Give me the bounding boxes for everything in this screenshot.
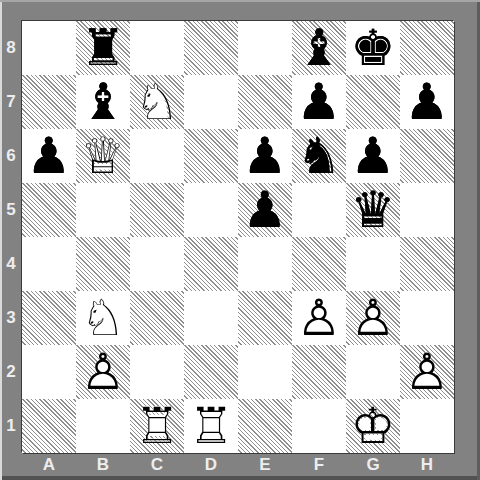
file-label-h: H bbox=[400, 453, 454, 477]
file-label-c: C bbox=[130, 453, 184, 477]
square-b8[interactable]: ♜♜ bbox=[76, 21, 130, 75]
black-queen-fill-layer: ♛ bbox=[346, 183, 400, 237]
white-queen: ♕ bbox=[76, 129, 130, 183]
square-g4[interactable] bbox=[346, 237, 400, 291]
file-label-f: F bbox=[292, 453, 346, 477]
rank-label-4: 4 bbox=[0, 237, 22, 291]
white-pawn-fill-layer: ♟ bbox=[76, 345, 130, 399]
square-f7[interactable]: ♟♟ bbox=[292, 75, 346, 129]
square-b3[interactable]: ♞♘ bbox=[76, 291, 130, 345]
square-e6[interactable]: ♟♟ bbox=[238, 129, 292, 183]
white-pawn: ♙ bbox=[76, 345, 130, 399]
square-e7[interactable] bbox=[238, 75, 292, 129]
black-pawn: ♟ bbox=[292, 75, 346, 129]
black-queen: ♛ bbox=[346, 183, 400, 237]
white-king: ♔ bbox=[346, 399, 400, 453]
square-f4[interactable] bbox=[292, 237, 346, 291]
square-c5[interactable] bbox=[130, 183, 184, 237]
square-e2[interactable] bbox=[238, 345, 292, 399]
square-h1[interactable] bbox=[400, 399, 454, 453]
square-h4[interactable] bbox=[400, 237, 454, 291]
square-d7[interactable] bbox=[184, 75, 238, 129]
white-pawn-fill-layer: ♟ bbox=[346, 291, 400, 345]
square-d2[interactable] bbox=[184, 345, 238, 399]
rank-label-3: 3 bbox=[0, 291, 22, 345]
square-e4[interactable] bbox=[238, 237, 292, 291]
square-e5[interactable]: ♟♟ bbox=[238, 183, 292, 237]
file-label-g: G bbox=[346, 453, 400, 477]
square-b7[interactable]: ♝♝ bbox=[76, 75, 130, 129]
square-b6[interactable]: ♛♕ bbox=[76, 129, 130, 183]
rank-label-7: 7 bbox=[0, 75, 22, 129]
file-label-e: E bbox=[238, 453, 292, 477]
white-king-fill-layer: ♚ bbox=[346, 399, 400, 453]
square-h5[interactable] bbox=[400, 183, 454, 237]
black-pawn-fill-layer: ♟ bbox=[238, 183, 292, 237]
rank-labels: 87654321 bbox=[0, 21, 22, 453]
square-d3[interactable] bbox=[184, 291, 238, 345]
black-bishop-fill-layer: ♝ bbox=[292, 21, 346, 75]
white-knight: ♘ bbox=[130, 75, 184, 129]
square-g8[interactable]: ♚♚ bbox=[346, 21, 400, 75]
square-d6[interactable] bbox=[184, 129, 238, 183]
black-pawn: ♟ bbox=[22, 129, 76, 183]
white-rook: ♖ bbox=[184, 399, 238, 453]
white-knight-fill-layer: ♞ bbox=[130, 75, 184, 129]
black-pawn: ♟ bbox=[238, 183, 292, 237]
white-rook-fill-layer: ♜ bbox=[130, 399, 184, 453]
square-a2[interactable] bbox=[22, 345, 76, 399]
square-d4[interactable] bbox=[184, 237, 238, 291]
black-bishop: ♝ bbox=[292, 21, 346, 75]
file-labels: ABCDEFGH bbox=[22, 453, 454, 477]
square-c3[interactable] bbox=[130, 291, 184, 345]
square-a6[interactable]: ♟♟ bbox=[22, 129, 76, 183]
white-pawn: ♙ bbox=[400, 345, 454, 399]
square-g2[interactable] bbox=[346, 345, 400, 399]
square-h2[interactable]: ♟♙ bbox=[400, 345, 454, 399]
black-rook: ♜ bbox=[76, 21, 130, 75]
rank-label-5: 5 bbox=[0, 183, 22, 237]
black-pawn-fill-layer: ♟ bbox=[238, 129, 292, 183]
black-pawn: ♟ bbox=[400, 75, 454, 129]
square-g6[interactable]: ♟♟ bbox=[346, 129, 400, 183]
black-king: ♚ bbox=[346, 21, 400, 75]
square-b2[interactable]: ♟♙ bbox=[76, 345, 130, 399]
square-b4[interactable] bbox=[76, 237, 130, 291]
white-queen-fill-layer: ♛ bbox=[76, 129, 130, 183]
rank-label-8: 8 bbox=[0, 21, 22, 75]
black-bishop-fill-layer: ♝ bbox=[76, 75, 130, 129]
square-a8[interactable] bbox=[22, 21, 76, 75]
square-d5[interactable] bbox=[184, 183, 238, 237]
square-f1[interactable] bbox=[292, 399, 346, 453]
black-pawn-fill-layer: ♟ bbox=[400, 75, 454, 129]
square-c6[interactable] bbox=[130, 129, 184, 183]
square-d8[interactable] bbox=[184, 21, 238, 75]
file-label-d: D bbox=[184, 453, 238, 477]
white-knight-fill-layer: ♞ bbox=[76, 291, 130, 345]
black-pawn-fill-layer: ♟ bbox=[292, 75, 346, 129]
square-e3[interactable] bbox=[238, 291, 292, 345]
black-king-fill-layer: ♚ bbox=[346, 21, 400, 75]
square-f6[interactable]: ♞♞ bbox=[292, 129, 346, 183]
square-h7[interactable]: ♟♟ bbox=[400, 75, 454, 129]
square-g1[interactable]: ♚♔ bbox=[346, 399, 400, 453]
white-pawn-fill-layer: ♟ bbox=[400, 345, 454, 399]
square-g5[interactable]: ♛♛ bbox=[346, 183, 400, 237]
black-pawn: ♟ bbox=[238, 129, 292, 183]
square-h6[interactable] bbox=[400, 129, 454, 183]
white-pawn: ♙ bbox=[346, 291, 400, 345]
square-b5[interactable] bbox=[76, 183, 130, 237]
square-c7[interactable]: ♞♘ bbox=[130, 75, 184, 129]
rank-label-2: 2 bbox=[0, 345, 22, 399]
square-c1[interactable]: ♜♖ bbox=[130, 399, 184, 453]
file-label-b: B bbox=[76, 453, 130, 477]
square-e8[interactable] bbox=[238, 21, 292, 75]
chess-board: ♜♜♝♝♚♚♝♝♞♘♟♟♟♟♟♟♛♕♟♟♞♞♟♟♟♟♛♛♞♘♟♙♟♙♟♙♟♙♜♖… bbox=[22, 21, 454, 453]
black-bishop: ♝ bbox=[76, 75, 130, 129]
square-f5[interactable] bbox=[292, 183, 346, 237]
square-a5[interactable] bbox=[22, 183, 76, 237]
black-rook-fill-layer: ♜ bbox=[76, 21, 130, 75]
square-h8[interactable] bbox=[400, 21, 454, 75]
square-d1[interactable]: ♜♖ bbox=[184, 399, 238, 453]
square-g7[interactable] bbox=[346, 75, 400, 129]
square-f8[interactable]: ♝♝ bbox=[292, 21, 346, 75]
rank-label-6: 6 bbox=[0, 129, 22, 183]
black-knight-fill-layer: ♞ bbox=[292, 129, 346, 183]
white-rook-fill-layer: ♜ bbox=[184, 399, 238, 453]
black-pawn-fill-layer: ♟ bbox=[22, 129, 76, 183]
square-g3[interactable]: ♟♙ bbox=[346, 291, 400, 345]
square-c2[interactable] bbox=[130, 345, 184, 399]
white-knight: ♘ bbox=[76, 291, 130, 345]
file-label-a: A bbox=[22, 453, 76, 477]
square-e1[interactable] bbox=[238, 399, 292, 453]
square-a4[interactable] bbox=[22, 237, 76, 291]
square-a7[interactable] bbox=[22, 75, 76, 129]
rank-label-1: 1 bbox=[0, 399, 22, 453]
white-pawn: ♙ bbox=[292, 291, 346, 345]
board-frame: 87654321 ♜♜♝♝♚♚♝♝♞♘♟♟♟♟♟♟♛♕♟♟♞♞♟♟♟♟♛♛♞♘♟… bbox=[0, 0, 480, 480]
white-rook: ♖ bbox=[130, 399, 184, 453]
black-pawn: ♟ bbox=[346, 129, 400, 183]
square-f2[interactable] bbox=[292, 345, 346, 399]
square-b1[interactable] bbox=[76, 399, 130, 453]
square-h3[interactable] bbox=[400, 291, 454, 345]
black-knight: ♞ bbox=[292, 129, 346, 183]
square-c8[interactable] bbox=[130, 21, 184, 75]
white-pawn-fill-layer: ♟ bbox=[292, 291, 346, 345]
square-a1[interactable] bbox=[22, 399, 76, 453]
square-c4[interactable] bbox=[130, 237, 184, 291]
square-a3[interactable] bbox=[22, 291, 76, 345]
square-f3[interactable]: ♟♙ bbox=[292, 291, 346, 345]
black-pawn-fill-layer: ♟ bbox=[346, 129, 400, 183]
